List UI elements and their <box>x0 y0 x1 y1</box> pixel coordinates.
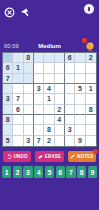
cell-r2c8[interactable] <box>75 63 85 73</box>
cell-r4c7[interactable] <box>65 84 75 94</box>
cell-r2c9[interactable] <box>86 63 96 73</box>
cell-r5c4[interactable] <box>34 94 44 104</box>
undo-button[interactable]: UNDO <box>3 151 31 162</box>
cell-r2c3[interactable] <box>24 63 34 73</box>
cell-r8c7[interactable]: 3 <box>65 125 75 135</box>
cell-r2c7[interactable] <box>65 63 75 73</box>
undo-label: UNDO <box>14 154 28 159</box>
number-pad: 123456789 <box>2 166 97 178</box>
cell-r2c6[interactable] <box>55 63 65 73</box>
cell-r6c4[interactable] <box>34 105 44 115</box>
cell-r5c3[interactable] <box>24 94 34 104</box>
cell-r7c4[interactable] <box>34 115 44 125</box>
cell-r3c2[interactable] <box>13 74 23 84</box>
numpad-8[interactable]: 8 <box>77 166 86 178</box>
cell-r7c3[interactable] <box>24 115 34 125</box>
cell-r2c5[interactable] <box>44 63 54 73</box>
numpad-5[interactable]: 5 <box>45 166 54 178</box>
numpad-4[interactable]: 4 <box>34 166 43 178</box>
cell-r3c5[interactable] <box>44 74 54 84</box>
cell-r6c1[interactable] <box>3 105 13 115</box>
cell-r6c2[interactable]: 6 <box>13 105 23 115</box>
cell-r9c8[interactable]: 9 <box>75 136 85 146</box>
cell-r1c2[interactable] <box>13 53 23 63</box>
cell-r5c8[interactable] <box>75 94 85 104</box>
cell-r5c6[interactable] <box>55 94 65 104</box>
cell-r5c5[interactable]: 1 <box>44 94 54 104</box>
cell-r4c6[interactable] <box>55 84 65 94</box>
cell-r1c5[interactable] <box>44 53 54 63</box>
cell-r8c3[interactable] <box>24 125 34 135</box>
cell-r2c4[interactable] <box>34 63 44 73</box>
cell-r6c7[interactable] <box>65 105 75 115</box>
undo-icon <box>7 154 12 159</box>
numpad-6[interactable]: 6 <box>56 166 65 178</box>
cell-r4c9[interactable]: 1 <box>86 84 96 94</box>
erase-button[interactable]: ERASE <box>35 151 63 162</box>
cell-r7c8[interactable] <box>75 115 85 125</box>
cell-r9c5[interactable]: 2 <box>44 136 54 146</box>
hint-badge <box>82 38 87 43</box>
pause-button[interactable] <box>84 4 94 14</box>
cell-r9c2[interactable] <box>13 136 23 146</box>
cell-r7c6[interactable]: 4 <box>55 115 65 125</box>
cell-r2c2[interactable]: 1 <box>13 63 23 73</box>
cell-r3c3[interactable] <box>24 74 34 84</box>
cell-r4c8[interactable]: 5 <box>75 84 85 94</box>
cell-r8c5[interactable]: 8 <box>44 125 54 135</box>
cell-r3c9[interactable] <box>86 74 96 84</box>
hint-button[interactable] <box>84 39 95 51</box>
control-buttons: UNDO ERASE NOTES <box>3 151 96 162</box>
cell-r4c3[interactable] <box>24 84 34 94</box>
erase-icon <box>38 154 43 159</box>
notes-label: NOTES <box>77 154 94 159</box>
cell-r6c3[interactable] <box>24 105 34 115</box>
cell-r9c6[interactable] <box>55 136 65 146</box>
cell-r6c5[interactable] <box>44 105 54 115</box>
cell-r9c4[interactable]: 7 <box>34 136 44 146</box>
cell-r5c2[interactable]: 7 <box>13 94 23 104</box>
close-circle-icon[interactable] <box>4 4 15 15</box>
cell-r1c1[interactable] <box>3 53 13 63</box>
cell-r9c9[interactable] <box>86 136 96 146</box>
cell-r9c7[interactable] <box>65 136 75 146</box>
cell-r1c6[interactable] <box>55 53 65 63</box>
cell-r1c7[interactable]: 6 <box>65 53 75 63</box>
cell-r4c2[interactable] <box>13 84 23 94</box>
cell-r6c8[interactable] <box>75 105 85 115</box>
numpad-2[interactable]: 2 <box>13 166 22 178</box>
notes-badge <box>93 149 98 154</box>
cell-r8c9[interactable] <box>86 125 96 135</box>
cell-r9c1[interactable]: 5 <box>3 136 13 146</box>
cell-r3c6[interactable] <box>55 74 65 84</box>
cell-r7c9[interactable] <box>86 115 96 125</box>
cell-r1c8[interactable] <box>75 53 85 63</box>
cell-r5c7[interactable] <box>65 94 75 104</box>
top-bar <box>0 0 99 20</box>
cell-r3c1[interactable]: 7 <box>3 74 13 84</box>
cell-r9c3[interactable]: 3 <box>24 136 34 146</box>
cell-r2c1[interactable]: 6 <box>3 63 13 73</box>
numpad-9[interactable]: 9 <box>88 166 97 178</box>
cell-r8c6[interactable] <box>55 125 65 135</box>
pause-bar <box>88 7 89 12</box>
cell-r6c9[interactable]: 8 <box>86 105 96 115</box>
cell-r4c4[interactable]: 3 <box>34 84 44 94</box>
cell-r1c9[interactable]: 2 <box>86 53 96 63</box>
cell-r1c3[interactable]: 8 <box>24 53 34 63</box>
cell-r8c4[interactable] <box>34 125 44 135</box>
cell-r3c4[interactable] <box>34 74 44 84</box>
notes-button[interactable]: NOTES <box>68 151 96 162</box>
pencil-icon <box>70 154 75 159</box>
cell-r4c1[interactable] <box>3 84 13 94</box>
cell-r4c5[interactable]: 4 <box>44 84 54 94</box>
cell-r8c1[interactable] <box>3 125 13 135</box>
erase-label: ERASE <box>45 154 62 159</box>
cell-r6c6[interactable]: 2 <box>55 105 65 115</box>
cell-r5c1[interactable]: 3 <box>3 94 13 104</box>
numpad-1[interactable]: 1 <box>2 166 11 178</box>
cell-r1c4[interactable] <box>34 53 44 63</box>
cell-r8c2[interactable] <box>13 125 23 135</box>
cell-r7c1[interactable]: 8 <box>3 115 13 125</box>
cell-r3c8[interactable] <box>75 74 85 84</box>
numpad-3[interactable]: 3 <box>23 166 32 178</box>
status-bar: 00:09 Medium <box>0 39 99 52</box>
cell-r5c9[interactable] <box>86 94 96 104</box>
numpad-7[interactable]: 7 <box>66 166 75 178</box>
back-arrow-icon[interactable] <box>19 4 30 15</box>
sudoku-board: 8626173451371628848353729 <box>2 52 97 147</box>
cell-r8c8[interactable] <box>75 125 85 135</box>
cell-r7c7[interactable] <box>65 115 75 125</box>
cell-r3c7[interactable] <box>65 74 75 84</box>
cell-r7c2[interactable] <box>13 115 23 125</box>
cell-r7c5[interactable] <box>44 115 54 125</box>
